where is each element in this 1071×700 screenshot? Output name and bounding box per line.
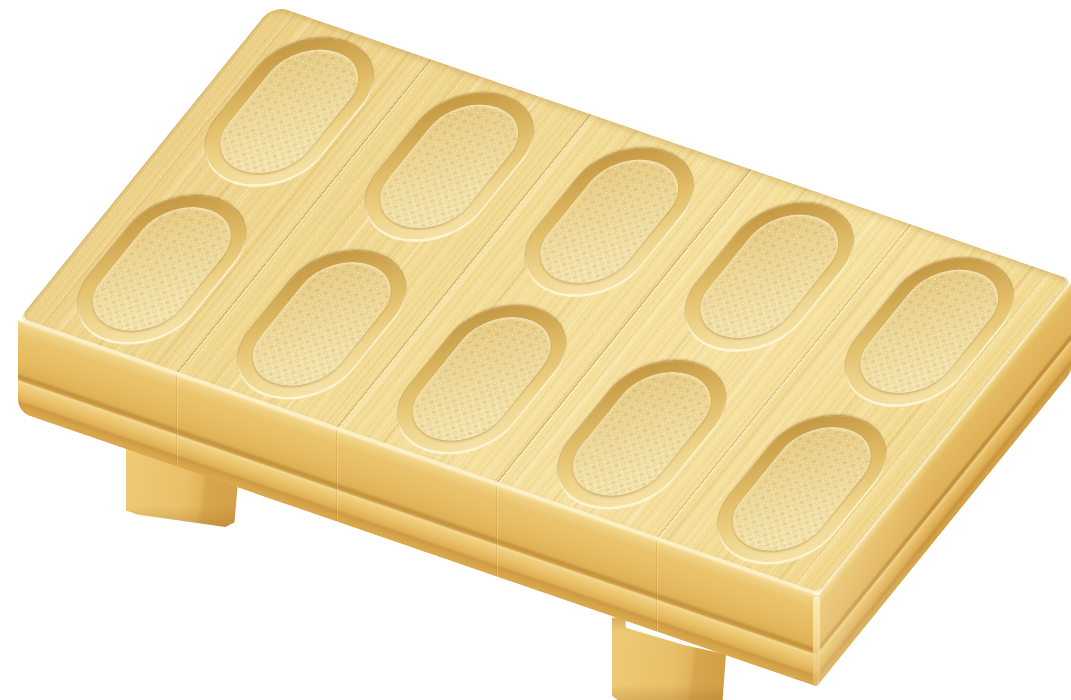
photo-stage bbox=[0, 0, 1071, 700]
pit-floor bbox=[554, 361, 730, 507]
pit-r1c3[interactable] bbox=[501, 134, 717, 308]
pit-r1c1[interactable] bbox=[181, 24, 397, 198]
pit-floor bbox=[201, 38, 377, 184]
pit-r2c1[interactable] bbox=[54, 182, 270, 356]
pit-r1c2[interactable] bbox=[341, 79, 557, 253]
pit-floor bbox=[74, 196, 250, 342]
pit-floor bbox=[521, 148, 697, 294]
pit-r2c3[interactable] bbox=[374, 292, 590, 466]
pit-floor bbox=[361, 93, 537, 239]
pit-floor bbox=[234, 251, 410, 397]
pit-r2c4[interactable] bbox=[534, 347, 750, 521]
pit-r2c2[interactable] bbox=[214, 237, 430, 411]
pit-r1c4[interactable] bbox=[661, 189, 877, 363]
corner-edge-highlight bbox=[813, 596, 820, 686]
pit-floor bbox=[681, 203, 857, 349]
pit-floor bbox=[394, 306, 570, 452]
